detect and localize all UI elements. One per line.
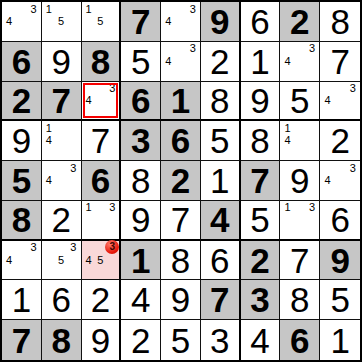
cell-r5c1[interactable]: 5	[2, 161, 42, 201]
given-digit: 2	[290, 4, 309, 39]
entered-digit: 8	[250, 123, 269, 158]
candidate-5: 5	[94, 15, 106, 27]
candidate-3: 3	[28, 3, 40, 15]
cell-r1c5[interactable]: 34	[161, 2, 201, 42]
entered-digit: 5	[250, 202, 269, 237]
cell-r5c6[interactable]: 1	[201, 161, 241, 201]
cell-r7c6[interactable]: 6	[201, 241, 241, 281]
cell-r4c2[interactable]: 14	[42, 121, 82, 161]
given-digit: 1	[131, 243, 150, 278]
candidate-4: 4	[321, 174, 334, 186]
given-digit: 8	[51, 323, 70, 358]
cell-r6c2[interactable]: 2	[42, 201, 82, 241]
entered-digit: 1	[330, 323, 349, 358]
given-digit: 7	[210, 282, 229, 317]
candidate-4: 4	[321, 94, 334, 106]
pencil-marks: 35	[43, 242, 80, 279]
cell-r8c8[interactable]: 8	[280, 280, 320, 320]
cell-r9c1[interactable]: 7	[2, 320, 42, 360]
entered-digit: 9	[290, 163, 309, 198]
entered-digit: 9	[91, 323, 110, 358]
cell-r4c7[interactable]: 8	[241, 121, 281, 161]
cell-r3c4[interactable]: 6	[121, 82, 161, 122]
cell-r4c9[interactable]: 2	[320, 121, 360, 161]
cell-r7c5[interactable]: 8	[161, 241, 201, 281]
given-digit: 7	[51, 83, 70, 118]
candidate-3: 3	[306, 202, 318, 214]
entered-digit: 2	[330, 123, 349, 158]
entered-digit: 5	[171, 323, 190, 358]
cell-r4c4[interactable]: 3	[121, 121, 161, 161]
pencil-marks: 15	[43, 3, 80, 40]
pencil-marks: 34	[3, 242, 40, 279]
cell-r4c5[interactable]: 6	[161, 121, 201, 161]
cell-r3c3[interactable]: 34	[82, 82, 122, 122]
pencil-marks: 34	[321, 162, 359, 199]
cell-r8c4[interactable]: 4	[121, 280, 161, 320]
pencil-marks: 14	[43, 122, 80, 159]
pencil-marks: 34	[43, 162, 80, 199]
pencil-marks: 34	[3, 3, 40, 40]
given-digit: 3	[250, 282, 269, 317]
entered-digit: 6	[210, 243, 229, 278]
cell-r8c6[interactable]: 7	[201, 280, 241, 320]
cell-r6c5[interactable]: 7	[161, 201, 201, 241]
cell-r7c3[interactable]: 453	[82, 241, 122, 281]
entered-digit: 9	[51, 44, 70, 79]
entered-digit: 1	[12, 282, 31, 317]
pencil-marks: 34	[83, 83, 119, 119]
cell-r2c8[interactable]: 34	[280, 42, 320, 82]
candidate-3: 3	[106, 202, 118, 214]
cell-r3c7[interactable]: 9	[241, 82, 281, 122]
hint-badge: 3	[105, 240, 119, 254]
cell-r5c8[interactable]: 9	[280, 161, 320, 201]
cell-r6c3[interactable]: 13	[82, 201, 122, 241]
candidate-1: 1	[83, 202, 95, 214]
cell-r8c9[interactable]: 5	[320, 280, 360, 320]
entered-digit: 8	[290, 282, 309, 317]
candidate-5: 5	[55, 15, 67, 27]
entered-digit: 4	[250, 323, 269, 358]
cell-r3c1[interactable]: 2	[2, 82, 42, 122]
cell-r3c8[interactable]: 5	[280, 82, 320, 122]
cell-r2c4[interactable]: 5	[121, 42, 161, 82]
cell-r2c6[interactable]: 2	[201, 42, 241, 82]
cell-r8c1[interactable]: 1	[2, 280, 42, 320]
pencil-marks: 15	[83, 3, 119, 40]
entered-digit: 9	[12, 123, 31, 158]
candidate-4: 4	[3, 15, 15, 27]
pencil-marks: 34	[162, 43, 199, 80]
pencil-marks: 34	[162, 3, 199, 40]
cell-r5c4[interactable]: 8	[121, 161, 161, 201]
cell-r6c1[interactable]: 8	[2, 201, 42, 241]
given-digit: 7	[131, 4, 150, 39]
given-digit: 4	[210, 202, 229, 237]
given-digit: 9	[210, 4, 229, 39]
entered-digit: 6	[330, 202, 349, 237]
given-digit: 3	[131, 123, 150, 158]
entered-digit: 1	[250, 44, 269, 79]
given-digit: 6	[171, 123, 190, 158]
cell-r9c5[interactable]: 5	[161, 320, 201, 360]
cell-r7c1[interactable]: 34	[2, 241, 42, 281]
cell-r4c6[interactable]: 5	[201, 121, 241, 161]
cell-r5c3[interactable]: 6	[82, 161, 122, 201]
candidate-3: 3	[187, 3, 199, 15]
candidate-4: 4	[162, 55, 174, 67]
candidate-1: 1	[281, 202, 293, 214]
candidate-3: 3	[187, 43, 199, 55]
cell-r9c3[interactable]: 9	[82, 320, 122, 360]
cell-r6c7[interactable]: 5	[241, 201, 281, 241]
cell-r7c2[interactable]: 35	[42, 241, 82, 281]
cell-r8c5[interactable]: 9	[161, 280, 201, 320]
cell-r7c9[interactable]: 9	[320, 241, 360, 281]
candidate-3: 3	[28, 242, 40, 254]
cell-r5c7[interactable]: 7	[241, 161, 281, 201]
entered-digit: 5	[330, 282, 349, 317]
cell-r5c2[interactable]: 34	[42, 161, 82, 201]
given-digit: 9	[330, 243, 349, 278]
pencil-marks: 34	[321, 83, 359, 119]
cell-r8c7[interactable]: 3	[241, 280, 281, 320]
entered-digit: 6	[250, 4, 269, 39]
given-digit: 6	[91, 163, 110, 198]
cell-r7c4[interactable]: 1	[121, 241, 161, 281]
entered-digit: 8	[210, 83, 229, 118]
cell-r9c4[interactable]: 2	[121, 320, 161, 360]
entered-digit: 2	[91, 282, 110, 317]
cell-r9c9[interactable]: 1	[320, 320, 360, 360]
entered-digit: 7	[290, 243, 309, 278]
entered-digit: 7	[91, 123, 110, 158]
entered-digit: 4	[131, 282, 150, 317]
entered-digit: 1	[210, 163, 229, 198]
candidate-4: 4	[3, 254, 15, 266]
cell-r9c8[interactable]: 6	[280, 320, 320, 360]
cell-r7c8[interactable]: 7	[280, 241, 320, 281]
cell-r3c9[interactable]: 34	[320, 82, 360, 122]
pencil-marks: 14	[281, 122, 318, 159]
entered-digit: 8	[131, 163, 150, 198]
given-digit: 6	[290, 323, 309, 358]
cell-r6c6[interactable]: 4	[201, 201, 241, 241]
entered-digit: 5	[290, 83, 309, 118]
cell-r1c3[interactable]: 15	[82, 2, 122, 42]
candidate-4: 4	[281, 135, 293, 147]
cell-r2c3[interactable]: 8	[82, 42, 122, 82]
candidate-3: 3	[306, 43, 318, 55]
cell-r8c2[interactable]: 6	[42, 280, 82, 320]
candidate-5: 5	[55, 254, 67, 266]
entered-digit: 2	[51, 202, 70, 237]
given-digit: 2	[12, 83, 31, 118]
candidate-1: 1	[281, 122, 293, 134]
entered-digit: 9	[250, 83, 269, 118]
cell-r1c1[interactable]: 34	[2, 2, 42, 42]
entered-digit: 7	[171, 202, 190, 237]
candidate-3: 3	[346, 83, 359, 95]
given-digit: 2	[171, 163, 190, 198]
cell-r1c2[interactable]: 15	[42, 2, 82, 42]
given-digit: 1	[171, 83, 190, 118]
cell-r1c4[interactable]: 7	[121, 2, 161, 42]
cell-r9c2[interactable]: 8	[42, 320, 82, 360]
sudoku-board: 3415157349628698534213472734618953491473…	[0, 0, 362, 362]
given-digit: 8	[12, 202, 31, 237]
entered-digit: 2	[210, 44, 229, 79]
entered-digit: 6	[51, 282, 70, 317]
candidate-1: 1	[83, 3, 95, 15]
pencil-marks: 13	[83, 202, 119, 238]
given-digit: 7	[12, 323, 31, 358]
pencil-marks: 13	[281, 202, 318, 238]
cell-r5c5[interactable]: 2	[161, 161, 201, 201]
cell-r8c3[interactable]: 2	[82, 280, 122, 320]
cell-r6c4[interactable]: 9	[121, 201, 161, 241]
pencil-marks: 34	[281, 43, 318, 80]
cell-r9c6[interactable]: 3	[201, 320, 241, 360]
cell-r3c5[interactable]: 1	[161, 82, 201, 122]
candidate-3: 3	[106, 83, 118, 95]
cell-r2c5[interactable]: 34	[161, 42, 201, 82]
candidate-5: 5	[94, 254, 106, 266]
given-digit: 6	[131, 83, 150, 118]
candidate-3: 3	[346, 162, 359, 174]
cell-r2c2[interactable]: 9	[42, 42, 82, 82]
given-digit: 7	[250, 163, 269, 198]
cell-r3c6[interactable]: 8	[201, 82, 241, 122]
given-digit: 5	[12, 163, 31, 198]
cell-r4c8[interactable]: 14	[280, 121, 320, 161]
cell-r6c8[interactable]: 13	[280, 201, 320, 241]
cell-r4c3[interactable]: 7	[82, 121, 122, 161]
cell-r1c6[interactable]: 9	[201, 2, 241, 42]
entered-digit: 8	[171, 243, 190, 278]
cell-r6c9[interactable]: 6	[320, 201, 360, 241]
cell-r1c9[interactable]: 8	[320, 2, 360, 42]
cell-r1c7[interactable]: 6	[241, 2, 281, 42]
candidate-4: 4	[43, 135, 55, 147]
given-digit: 6	[12, 44, 31, 79]
cell-r9c7[interactable]: 4	[241, 320, 281, 360]
entered-digit: 3	[210, 323, 229, 358]
cell-r4c1[interactable]: 9	[2, 121, 42, 161]
entered-digit: 9	[171, 282, 190, 317]
cell-r3c2[interactable]: 7	[42, 82, 82, 122]
candidate-4: 4	[83, 254, 95, 266]
candidate-4: 4	[43, 174, 55, 186]
candidate-4: 4	[162, 15, 174, 27]
entered-digit: 7	[330, 44, 349, 79]
candidate-1: 1	[43, 122, 55, 134]
cell-r1c8[interactable]: 2	[280, 2, 320, 42]
entered-digit: 8	[330, 4, 349, 39]
candidate-1: 1	[43, 3, 55, 15]
entered-digit: 9	[131, 202, 150, 237]
entered-digit: 2	[131, 323, 150, 358]
cell-r2c7[interactable]: 1	[241, 42, 281, 82]
given-digit: 8	[91, 44, 110, 79]
candidate-3: 3	[67, 242, 79, 254]
given-digit: 2	[250, 243, 269, 278]
cell-r2c9[interactable]: 7	[320, 42, 360, 82]
candidate-3: 3	[67, 162, 79, 174]
entered-digit: 5	[210, 123, 229, 158]
candidate-4: 4	[281, 55, 293, 67]
cell-r7c7[interactable]: 2	[241, 241, 281, 281]
cell-r2c1[interactable]: 6	[2, 42, 42, 82]
candidate-4: 4	[83, 94, 95, 106]
entered-digit: 5	[131, 44, 150, 79]
cell-r5c9[interactable]: 34	[320, 161, 360, 201]
